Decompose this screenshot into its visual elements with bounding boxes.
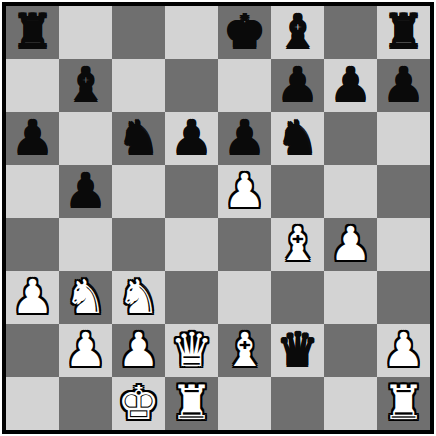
- piece-white-pawn-a3: ♟: [11, 273, 53, 320]
- piece-black-rook-a8: ♜: [11, 8, 53, 55]
- square-f3[interactable]: [271, 271, 324, 324]
- square-a2[interactable]: [6, 324, 59, 377]
- square-e4[interactable]: [218, 218, 271, 271]
- piece-white-pawn-h2: ♟: [382, 326, 424, 373]
- square-b3[interactable]: ♞: [59, 271, 112, 324]
- piece-black-pawn-a6: ♟: [11, 114, 53, 161]
- piece-black-queen-f2: ♛: [276, 326, 318, 373]
- square-f8[interactable]: ♝: [271, 6, 324, 59]
- square-d1[interactable]: ♜: [165, 377, 218, 430]
- square-f1[interactable]: [271, 377, 324, 430]
- square-c3[interactable]: ♞: [112, 271, 165, 324]
- square-f4[interactable]: ♝: [271, 218, 324, 271]
- square-f6[interactable]: ♞: [271, 112, 324, 165]
- piece-white-rook-h1: ♜: [382, 379, 424, 426]
- square-b1[interactable]: [59, 377, 112, 430]
- square-b8[interactable]: [59, 6, 112, 59]
- square-h8[interactable]: ♜: [377, 6, 430, 59]
- square-h7[interactable]: ♟: [377, 59, 430, 112]
- square-a7[interactable]: [6, 59, 59, 112]
- piece-black-pawn-e6: ♟: [223, 114, 265, 161]
- square-g8[interactable]: [324, 6, 377, 59]
- square-a5[interactable]: [6, 165, 59, 218]
- square-a3[interactable]: ♟: [6, 271, 59, 324]
- square-b4[interactable]: [59, 218, 112, 271]
- square-c7[interactable]: [112, 59, 165, 112]
- square-c8[interactable]: [112, 6, 165, 59]
- square-a6[interactable]: ♟: [6, 112, 59, 165]
- piece-black-pawn-b5: ♟: [64, 167, 106, 214]
- square-g5[interactable]: [324, 165, 377, 218]
- piece-white-pawn-c2: ♟: [117, 326, 159, 373]
- piece-white-king-c1: ♚: [117, 379, 159, 426]
- square-e3[interactable]: [218, 271, 271, 324]
- chessboard-frame: ♜♚♝♜♝♟♟♟♟♞♟♟♞♟♟♝♟♟♞♞♟♟♛♝♛♟♚♜♜: [0, 0, 436, 436]
- square-d3[interactable]: [165, 271, 218, 324]
- square-g4[interactable]: ♟: [324, 218, 377, 271]
- square-a8[interactable]: ♜: [6, 6, 59, 59]
- piece-white-knight-c3: ♞: [117, 273, 159, 320]
- square-d7[interactable]: [165, 59, 218, 112]
- piece-white-pawn-g4: ♟: [329, 220, 371, 267]
- square-b2[interactable]: ♟: [59, 324, 112, 377]
- piece-black-bishop-f8: ♝: [276, 8, 318, 55]
- square-c1[interactable]: ♚: [112, 377, 165, 430]
- piece-black-pawn-f7: ♟: [276, 61, 318, 108]
- square-h5[interactable]: [377, 165, 430, 218]
- square-h1[interactable]: ♜: [377, 377, 430, 430]
- piece-black-knight-f6: ♞: [276, 114, 318, 161]
- square-a1[interactable]: [6, 377, 59, 430]
- piece-black-pawn-h7: ♟: [382, 61, 424, 108]
- square-h3[interactable]: [377, 271, 430, 324]
- square-g3[interactable]: [324, 271, 377, 324]
- square-b7[interactable]: ♝: [59, 59, 112, 112]
- square-h6[interactable]: [377, 112, 430, 165]
- square-e8[interactable]: ♚: [218, 6, 271, 59]
- piece-white-pawn-e5: ♟: [223, 167, 265, 214]
- square-d8[interactable]: [165, 6, 218, 59]
- piece-black-rook-h8: ♜: [382, 8, 424, 55]
- square-c2[interactable]: ♟: [112, 324, 165, 377]
- square-g2[interactable]: [324, 324, 377, 377]
- piece-black-pawn-d6: ♟: [170, 114, 212, 161]
- square-h4[interactable]: [377, 218, 430, 271]
- square-d2[interactable]: ♛: [165, 324, 218, 377]
- chessboard: ♜♚♝♜♝♟♟♟♟♞♟♟♞♟♟♝♟♟♞♞♟♟♛♝♛♟♚♜♜: [2, 2, 434, 434]
- square-e1[interactable]: [218, 377, 271, 430]
- square-a4[interactable]: [6, 218, 59, 271]
- square-d5[interactable]: [165, 165, 218, 218]
- square-h2[interactable]: ♟: [377, 324, 430, 377]
- piece-black-knight-c6: ♞: [117, 114, 159, 161]
- piece-white-bishop-e2: ♝: [223, 326, 265, 373]
- square-b6[interactable]: [59, 112, 112, 165]
- piece-black-king-e8: ♚: [223, 8, 265, 55]
- piece-white-knight-b3: ♞: [64, 273, 106, 320]
- square-e2[interactable]: ♝: [218, 324, 271, 377]
- square-f7[interactable]: ♟: [271, 59, 324, 112]
- piece-black-bishop-b7: ♝: [64, 61, 106, 108]
- square-g7[interactable]: ♟: [324, 59, 377, 112]
- square-e6[interactable]: ♟: [218, 112, 271, 165]
- piece-white-pawn-b2: ♟: [64, 326, 106, 373]
- square-d6[interactable]: ♟: [165, 112, 218, 165]
- square-f2[interactable]: ♛: [271, 324, 324, 377]
- piece-black-pawn-g7: ♟: [329, 61, 371, 108]
- square-e5[interactable]: ♟: [218, 165, 271, 218]
- square-b5[interactable]: ♟: [59, 165, 112, 218]
- piece-white-queen-d2: ♛: [170, 326, 212, 373]
- piece-white-bishop-f4: ♝: [276, 220, 318, 267]
- square-d4[interactable]: [165, 218, 218, 271]
- square-c6[interactable]: ♞: [112, 112, 165, 165]
- square-g6[interactable]: [324, 112, 377, 165]
- square-g1[interactable]: [324, 377, 377, 430]
- piece-white-rook-d1: ♜: [170, 379, 212, 426]
- square-c5[interactable]: [112, 165, 165, 218]
- square-c4[interactable]: [112, 218, 165, 271]
- square-f5[interactable]: [271, 165, 324, 218]
- square-e7[interactable]: [218, 59, 271, 112]
